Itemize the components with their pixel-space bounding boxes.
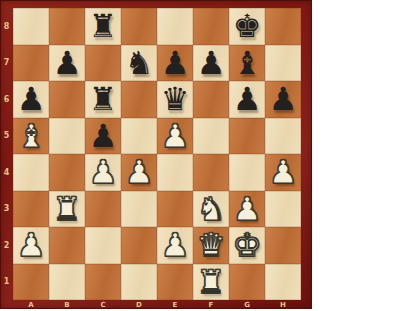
rank-label-8: 8 [0,8,13,45]
white-queen-icon: ♛ [197,229,226,261]
square-a8[interactable] [13,8,49,45]
square-e1[interactable] [157,264,193,301]
black-rook-icon: ♜ [89,10,118,42]
square-g1[interactable] [229,264,265,301]
square-a3[interactable] [13,191,49,228]
square-d2[interactable] [121,227,157,264]
square-h6[interactable]: ♟ [265,81,301,118]
white-pawn-icon: ♟ [161,120,190,152]
square-g2[interactable]: ♚ [229,227,265,264]
square-b4[interactable] [49,154,85,191]
rank-label-1: 1 [0,264,13,301]
white-pawn-icon: ♟ [161,229,190,261]
black-pawn-icon: ♟ [269,83,298,115]
square-f7[interactable]: ♟ [193,45,229,82]
square-a2[interactable]: ♟ [13,227,49,264]
white-rook-icon: ♜ [197,266,226,298]
square-b1[interactable] [49,264,85,301]
black-pawn-icon: ♟ [89,120,118,152]
square-a6[interactable]: ♟ [13,81,49,118]
square-g8[interactable]: ♚ [229,8,265,45]
square-b3[interactable]: ♜ [49,191,85,228]
square-a4[interactable] [13,154,49,191]
square-f2[interactable]: ♛ [193,227,229,264]
square-e3[interactable] [157,191,193,228]
rank-label-3: 3 [0,191,13,228]
rank-label-4: 4 [0,154,13,191]
square-a1[interactable] [13,264,49,301]
file-label-h: H [265,300,301,309]
square-f5[interactable] [193,118,229,155]
square-f8[interactable] [193,8,229,45]
square-e6[interactable]: ♛ [157,81,193,118]
square-f3[interactable]: ♞ [193,191,229,228]
black-king-icon: ♚ [233,10,262,42]
black-pawn-icon: ♟ [233,83,262,115]
rank-label-6: 6 [0,81,13,118]
white-king-icon: ♚ [233,229,262,261]
white-pawn-icon: ♟ [233,193,262,225]
square-g4[interactable] [229,154,265,191]
square-g7[interactable]: ♝ [229,45,265,82]
square-h5[interactable] [265,118,301,155]
square-d3[interactable] [121,191,157,228]
square-b8[interactable] [49,8,85,45]
black-pawn-icon: ♟ [197,47,226,79]
screenshot-canvas: 8♜♚7♟♞♟♟♝6♟♜♛♟♟5♝♟♟4♟♟♟3♜♞♟2♟♟♛♚1♜ABCDEF… [0,0,414,311]
square-e2[interactable]: ♟ [157,227,193,264]
square-e4[interactable] [157,154,193,191]
file-label-b: B [49,300,85,309]
black-queen-icon: ♛ [161,83,190,115]
black-bishop-icon: ♝ [233,47,262,79]
square-e8[interactable] [157,8,193,45]
square-g6[interactable]: ♟ [229,81,265,118]
square-d4[interactable]: ♟ [121,154,157,191]
square-f6[interactable] [193,81,229,118]
white-rook-icon: ♜ [53,193,82,225]
square-b6[interactable] [49,81,85,118]
square-d8[interactable] [121,8,157,45]
file-label-g: G [229,300,265,309]
square-b7[interactable]: ♟ [49,45,85,82]
white-bishop-icon: ♝ [17,120,46,152]
rank-label-5: 5 [0,118,13,155]
rank-label-2: 2 [0,227,13,264]
square-d7[interactable]: ♞ [121,45,157,82]
square-c3[interactable] [85,191,121,228]
black-pawn-icon: ♟ [17,83,46,115]
black-pawn-icon: ♟ [161,47,190,79]
file-label-e: E [157,300,193,309]
square-c5[interactable]: ♟ [85,118,121,155]
square-h3[interactable] [265,191,301,228]
square-g5[interactable] [229,118,265,155]
white-pawn-icon: ♟ [89,156,118,188]
square-h1[interactable] [265,264,301,301]
square-h2[interactable] [265,227,301,264]
square-g3[interactable]: ♟ [229,191,265,228]
square-b5[interactable] [49,118,85,155]
black-rook-icon: ♜ [89,83,118,115]
square-e5[interactable]: ♟ [157,118,193,155]
file-label-a: A [13,300,49,309]
square-c8[interactable]: ♜ [85,8,121,45]
square-f4[interactable] [193,154,229,191]
chess-board: 8♜♚7♟♞♟♟♝6♟♜♛♟♟5♝♟♟4♟♟♟3♜♞♟2♟♟♛♚1♜ABCDEF… [0,0,312,309]
rank-label-7: 7 [0,45,13,82]
square-d5[interactable] [121,118,157,155]
white-pawn-icon: ♟ [269,156,298,188]
square-b2[interactable] [49,227,85,264]
square-c1[interactable] [85,264,121,301]
file-label-c: C [85,300,121,309]
square-c6[interactable]: ♜ [85,81,121,118]
square-h7[interactable] [265,45,301,82]
square-c4[interactable]: ♟ [85,154,121,191]
square-c7[interactable] [85,45,121,82]
square-h4[interactable]: ♟ [265,154,301,191]
square-a7[interactable] [13,45,49,82]
square-d1[interactable] [121,264,157,301]
file-label-f: F [193,300,229,309]
square-d6[interactable] [121,81,157,118]
white-pawn-icon: ♟ [17,229,46,261]
square-a5[interactable]: ♝ [13,118,49,155]
file-label-d: D [121,300,157,309]
square-h8[interactable] [265,8,301,45]
square-f1[interactable]: ♜ [193,264,229,301]
square-c2[interactable] [85,227,121,264]
black-knight-icon: ♞ [125,47,154,79]
white-pawn-icon: ♟ [125,156,154,188]
black-pawn-icon: ♟ [53,47,82,79]
square-e7[interactable]: ♟ [157,45,193,82]
white-knight-icon: ♞ [197,193,226,225]
